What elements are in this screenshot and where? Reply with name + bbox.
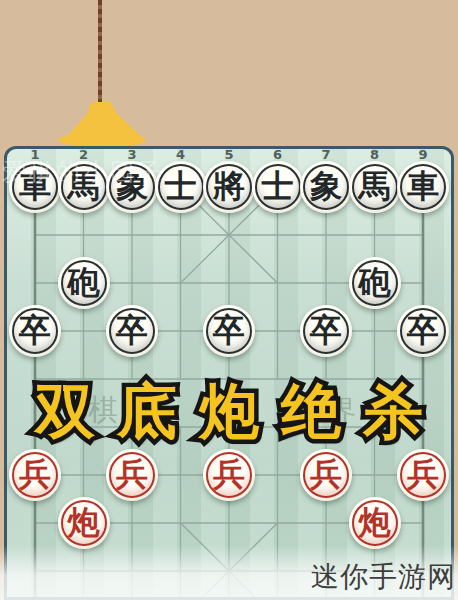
title-fill-text: 双底炮绝杀 (0, 372, 458, 453)
piece-glyph: 兵 (116, 458, 148, 490)
piece-glyph: 卒 (19, 314, 51, 346)
piece-black-elephant[interactable]: 象 (300, 161, 352, 213)
piece-glyph: 將 (213, 170, 245, 202)
column-label-8: 8 (370, 147, 379, 162)
piece-red-soldier[interactable]: 兵 (9, 449, 61, 501)
piece-black-advisor[interactable]: 士 (252, 161, 304, 213)
piece-glyph: 象 (310, 170, 342, 202)
piece-glyph: 兵 (19, 458, 51, 490)
piece-red-cannon[interactable]: 炮 (349, 497, 401, 549)
piece-glyph: 士 (165, 170, 197, 202)
column-label-6: 6 (273, 147, 282, 162)
piece-black-general[interactable]: 將 (203, 161, 255, 213)
piece-black-cannon[interactable]: 砲 (349, 257, 401, 309)
piece-black-soldier[interactable]: 卒 (203, 305, 255, 357)
piece-black-soldier[interactable]: 卒 (106, 305, 158, 357)
piece-black-soldier[interactable]: 卒 (300, 305, 352, 357)
lamp-shade-lip-icon (58, 133, 146, 147)
piece-glyph: 馬 (359, 170, 391, 202)
piece-glyph: 兵 (407, 458, 439, 490)
piece-glyph: 卒 (407, 314, 439, 346)
piece-red-soldier[interactable]: 兵 (300, 449, 352, 501)
piece-glyph: 炮 (359, 506, 391, 538)
piece-red-soldier[interactable]: 兵 (203, 449, 255, 501)
watermark-site-name: 迷你手游网 (311, 558, 456, 596)
watermark-top-left: 爱棋的小园子 (2, 156, 164, 188)
piece-black-chariot[interactable]: 車 (397, 161, 449, 213)
piece-black-cannon[interactable]: 砲 (58, 257, 110, 309)
column-label-7: 7 (321, 147, 330, 162)
column-label-9: 9 (418, 147, 427, 162)
piece-glyph: 車 (407, 170, 439, 202)
piece-red-cannon[interactable]: 炮 (58, 497, 110, 549)
piece-glyph: 砲 (359, 266, 391, 298)
piece-glyph: 砲 (68, 266, 100, 298)
piece-black-soldier[interactable]: 卒 (397, 305, 449, 357)
piece-glyph: 卒 (310, 314, 342, 346)
lamp-rope-icon (98, 0, 102, 106)
piece-glyph: 卒 (213, 314, 245, 346)
piece-glyph: 卒 (116, 314, 148, 346)
column-label-4: 4 (176, 147, 185, 162)
column-label-5: 5 (224, 147, 233, 162)
piece-glyph: 士 (262, 170, 294, 202)
piece-glyph: 兵 (213, 458, 245, 490)
screenshot-canvas: 爱棋的小园子 棋 世界 双底炮绝杀 双底炮绝杀 迷你手游网 123456789車… (0, 0, 458, 600)
piece-red-soldier[interactable]: 兵 (106, 449, 158, 501)
piece-black-horse[interactable]: 馬 (349, 161, 401, 213)
piece-glyph: 炮 (68, 506, 100, 538)
title-overlay: 双底炮绝杀 双底炮绝杀 (0, 372, 458, 442)
piece-red-soldier[interactable]: 兵 (397, 449, 449, 501)
piece-black-soldier[interactable]: 卒 (9, 305, 61, 357)
piece-glyph: 兵 (310, 458, 342, 490)
